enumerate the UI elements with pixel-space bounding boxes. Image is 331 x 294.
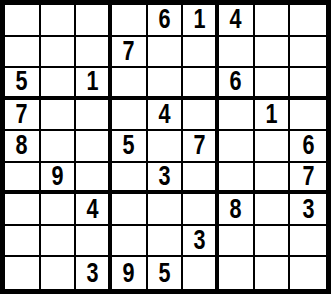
given-digit: 6 — [230, 68, 242, 95]
cell-r2c6[interactable] — [183, 37, 219, 69]
cell-r9c7[interactable] — [219, 257, 255, 289]
cell-r3c1[interactable]: 5 — [5, 68, 41, 100]
given-digit: 7 — [302, 163, 314, 190]
cell-r5c6[interactable]: 7 — [183, 131, 219, 163]
cell-r4c9[interactable] — [290, 100, 326, 132]
cell-r8c8[interactable] — [255, 226, 291, 258]
cell-r1c4[interactable] — [112, 5, 148, 37]
given-digit: 1 — [193, 6, 205, 33]
cell-r7c4[interactable] — [112, 194, 148, 226]
cell-r8c6[interactable]: 3 — [183, 226, 219, 258]
cell-r9c6[interactable] — [183, 257, 219, 289]
cell-r2c4[interactable]: 7 — [112, 37, 148, 69]
cell-r5c7[interactable] — [219, 131, 255, 163]
cell-r4c5[interactable]: 4 — [148, 100, 184, 132]
cell-r7c1[interactable] — [5, 194, 41, 226]
cell-r8c7[interactable] — [219, 226, 255, 258]
cell-r3c7[interactable]: 6 — [219, 68, 255, 100]
given-digit: 8 — [16, 132, 28, 159]
cell-r7c2[interactable] — [41, 194, 77, 226]
cell-r3c4[interactable] — [112, 68, 148, 100]
cell-r2c2[interactable] — [41, 37, 77, 69]
cell-r3c3[interactable]: 1 — [76, 68, 112, 100]
cell-r8c3[interactable] — [76, 226, 112, 258]
cell-r8c9[interactable] — [290, 226, 326, 258]
cell-r7c8[interactable] — [255, 194, 291, 226]
cell-r6c2[interactable]: 9 — [41, 163, 77, 195]
given-digit: 4 — [230, 6, 242, 33]
cell-r9c8[interactable] — [255, 257, 291, 289]
cell-r6c8[interactable] — [255, 163, 291, 195]
cell-r5c2[interactable] — [41, 131, 77, 163]
cell-r5c9[interactable]: 6 — [290, 131, 326, 163]
cell-r3c2[interactable] — [41, 68, 77, 100]
given-digit: 4 — [158, 101, 170, 128]
cell-r7c6[interactable] — [183, 194, 219, 226]
cell-r9c9[interactable] — [290, 257, 326, 289]
cell-r1c8[interactable] — [255, 5, 291, 37]
cell-r7c9[interactable]: 3 — [290, 194, 326, 226]
given-digit: 9 — [123, 260, 135, 287]
cell-r6c7[interactable] — [219, 163, 255, 195]
cell-r9c4[interactable]: 9 — [112, 257, 148, 289]
cell-r9c5[interactable]: 5 — [148, 257, 184, 289]
given-digit: 3 — [86, 260, 98, 287]
cell-r4c8[interactable]: 1 — [255, 100, 291, 132]
cell-r7c5[interactable] — [148, 194, 184, 226]
cell-r5c3[interactable] — [76, 131, 112, 163]
cell-r1c1[interactable] — [5, 5, 41, 37]
cell-r8c2[interactable] — [41, 226, 77, 258]
given-digit: 5 — [123, 132, 135, 159]
cell-r2c5[interactable] — [148, 37, 184, 69]
given-digit: 7 — [16, 101, 28, 128]
given-digit: 3 — [302, 196, 314, 223]
given-digit: 3 — [193, 227, 205, 254]
given-digit: 5 — [16, 68, 28, 95]
cell-r4c3[interactable] — [76, 100, 112, 132]
given-digit: 3 — [158, 163, 170, 190]
sudoku-board: 614751674185769374833395 — [0, 0, 331, 294]
cell-r1c5[interactable]: 6 — [148, 5, 184, 37]
given-digit: 7 — [193, 132, 205, 159]
cell-r2c1[interactable] — [5, 37, 41, 69]
cell-r2c3[interactable] — [76, 37, 112, 69]
cell-r9c2[interactable] — [41, 257, 77, 289]
cell-r4c7[interactable] — [219, 100, 255, 132]
given-digit: 1 — [265, 101, 277, 128]
given-digit: 9 — [51, 163, 63, 190]
cell-r6c5[interactable]: 3 — [148, 163, 184, 195]
cell-r5c4[interactable]: 5 — [112, 131, 148, 163]
cell-r1c6[interactable]: 1 — [183, 5, 219, 37]
cell-r6c6[interactable] — [183, 163, 219, 195]
cell-r1c7[interactable]: 4 — [219, 5, 255, 37]
cell-r8c4[interactable] — [112, 226, 148, 258]
cell-r3c9[interactable] — [290, 68, 326, 100]
cell-r1c3[interactable] — [76, 5, 112, 37]
given-digit: 5 — [158, 260, 170, 287]
given-digit: 7 — [123, 38, 135, 65]
cell-r1c9[interactable] — [290, 5, 326, 37]
cell-r3c5[interactable] — [148, 68, 184, 100]
given-digit: 6 — [302, 132, 314, 159]
cell-r2c7[interactable] — [219, 37, 255, 69]
cell-r4c2[interactable] — [41, 100, 77, 132]
cell-r3c8[interactable] — [255, 68, 291, 100]
given-digit: 4 — [86, 196, 98, 223]
given-digit: 8 — [230, 196, 242, 223]
cell-r3c6[interactable] — [183, 68, 219, 100]
cell-r2c9[interactable] — [290, 37, 326, 69]
cell-r2c8[interactable] — [255, 37, 291, 69]
cell-r7c7[interactable]: 8 — [219, 194, 255, 226]
cell-r9c1[interactable] — [5, 257, 41, 289]
cell-r6c4[interactable] — [112, 163, 148, 195]
cell-r1c2[interactable] — [41, 5, 77, 37]
cell-r5c1[interactable]: 8 — [5, 131, 41, 163]
cell-r6c3[interactable] — [76, 163, 112, 195]
given-digit: 1 — [86, 68, 98, 95]
cell-r9c3[interactable]: 3 — [76, 257, 112, 289]
cell-r8c1[interactable] — [5, 226, 41, 258]
cell-r4c1[interactable]: 7 — [5, 100, 41, 132]
cell-r5c5[interactable] — [148, 131, 184, 163]
cell-r5c8[interactable] — [255, 131, 291, 163]
cell-r7c3[interactable]: 4 — [76, 194, 112, 226]
cell-r8c5[interactable] — [148, 226, 184, 258]
cell-r6c1[interactable] — [5, 163, 41, 195]
cell-r6c9[interactable]: 7 — [290, 163, 326, 195]
cell-r4c6[interactable] — [183, 100, 219, 132]
cell-r4c4[interactable] — [112, 100, 148, 132]
given-digit: 6 — [158, 6, 170, 33]
